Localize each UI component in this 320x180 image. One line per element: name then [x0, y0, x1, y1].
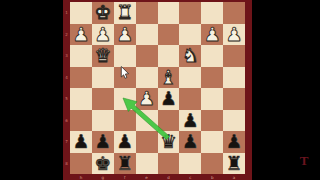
square-e5[interactable]: ♟	[136, 88, 158, 110]
square-d7[interactable]: ♛	[158, 131, 180, 153]
rank-label-5: 5	[63, 88, 70, 110]
square-d3[interactable]	[158, 45, 180, 67]
square-h6[interactable]	[70, 110, 92, 132]
rank-label-3: 3	[63, 45, 70, 67]
file-label-h: h	[70, 174, 92, 180]
square-c6[interactable]: ♟	[179, 110, 201, 132]
square-f1[interactable]: ♜	[114, 2, 136, 24]
square-g8[interactable]: ♚	[92, 153, 114, 175]
square-b6[interactable]	[201, 110, 223, 132]
chess-board-frame: 12345678 ♚♜♟♟♟♟♟♛♞♝♟♟♟♟♟♟♛♟♟♚♜♜ hgfedcba	[63, 0, 252, 180]
black-queen: ♛	[160, 132, 177, 151]
square-e7[interactable]	[136, 131, 158, 153]
square-c4[interactable]	[179, 67, 201, 89]
square-f3[interactable]	[114, 45, 136, 67]
square-h8[interactable]	[70, 153, 92, 175]
square-f2[interactable]: ♟	[114, 24, 136, 46]
square-a5[interactable]	[223, 88, 245, 110]
square-b5[interactable]	[201, 88, 223, 110]
black-pawn: ♟	[160, 89, 177, 108]
file-label-a: a	[223, 174, 245, 180]
square-h7[interactable]: ♟	[70, 131, 92, 153]
black-pawn: ♟	[226, 132, 243, 151]
square-a8[interactable]: ♜	[223, 153, 245, 175]
rank-label-4: 4	[63, 67, 70, 89]
square-h5[interactable]	[70, 88, 92, 110]
square-b3[interactable]	[201, 45, 223, 67]
square-e3[interactable]	[136, 45, 158, 67]
square-d2[interactable]	[158, 24, 180, 46]
square-f7[interactable]: ♟	[114, 131, 136, 153]
square-a1[interactable]	[223, 2, 245, 24]
file-label-e: e	[136, 174, 158, 180]
square-f5[interactable]	[114, 88, 136, 110]
square-g3[interactable]: ♛	[92, 45, 114, 67]
square-b8[interactable]	[201, 153, 223, 175]
white-king: ♚	[94, 3, 111, 22]
white-pawn: ♟	[226, 24, 243, 43]
file-label-b: b	[201, 174, 223, 180]
square-g7[interactable]: ♟	[92, 131, 114, 153]
square-h1[interactable]	[70, 2, 92, 24]
square-a3[interactable]	[223, 45, 245, 67]
square-d8[interactable]	[158, 153, 180, 175]
black-pawn: ♟	[116, 132, 133, 151]
square-b1[interactable]	[201, 2, 223, 24]
rank-label-7: 7	[63, 131, 70, 153]
square-a6[interactable]	[223, 110, 245, 132]
white-bishop: ♝	[160, 67, 177, 86]
white-pawn: ♟	[94, 24, 111, 43]
black-pawn: ♟	[94, 132, 111, 151]
square-f4[interactable]	[114, 67, 136, 89]
square-c3[interactable]: ♞	[179, 45, 201, 67]
black-pawn: ♟	[182, 110, 199, 129]
file-label-c: c	[179, 174, 201, 180]
square-a4[interactable]	[223, 67, 245, 89]
black-king: ♚	[94, 153, 111, 172]
square-d5[interactable]: ♟	[158, 88, 180, 110]
rank-coordinates: 12345678	[63, 2, 70, 174]
rank-label-2: 2	[63, 24, 70, 46]
square-b7[interactable]	[201, 131, 223, 153]
square-g1[interactable]: ♚	[92, 2, 114, 24]
square-g2[interactable]: ♟	[92, 24, 114, 46]
square-e8[interactable]	[136, 153, 158, 175]
white-pawn: ♟	[138, 89, 155, 108]
watermark-logo: T	[292, 154, 316, 174]
square-h3[interactable]	[70, 45, 92, 67]
square-c1[interactable]	[179, 2, 201, 24]
black-rook: ♜	[226, 153, 243, 172]
white-pawn: ♟	[72, 24, 89, 43]
white-knight: ♞	[182, 46, 199, 65]
black-pawn: ♟	[72, 132, 89, 151]
square-d1[interactable]	[158, 2, 180, 24]
square-g4[interactable]	[92, 67, 114, 89]
watermark-letter: T	[300, 153, 309, 168]
white-rook: ♜	[116, 3, 133, 22]
square-e2[interactable]	[136, 24, 158, 46]
square-c7[interactable]: ♟	[179, 131, 201, 153]
rank-label-1: 1	[63, 2, 70, 24]
file-label-d: d	[158, 174, 180, 180]
white-pawn: ♟	[116, 24, 133, 43]
file-label-f: f	[114, 174, 136, 180]
square-g6[interactable]	[92, 110, 114, 132]
black-rook: ♜	[116, 153, 133, 172]
square-d4[interactable]: ♝	[158, 67, 180, 89]
square-b2[interactable]: ♟	[201, 24, 223, 46]
square-a7[interactable]: ♟	[223, 131, 245, 153]
square-g5[interactable]	[92, 88, 114, 110]
square-b4[interactable]	[201, 67, 223, 89]
rank-label-8: 8	[63, 153, 70, 175]
file-coordinates: hgfedcba	[70, 174, 245, 180]
square-c5[interactable]	[179, 88, 201, 110]
square-h4[interactable]	[70, 67, 92, 89]
square-d6[interactable]	[158, 110, 180, 132]
square-a2[interactable]: ♟	[223, 24, 245, 46]
square-f8[interactable]: ♜	[114, 153, 136, 175]
chess-board[interactable]: ♚♜♟♟♟♟♟♛♞♝♟♟♟♟♟♟♛♟♟♚♜♜	[70, 2, 245, 174]
square-e1[interactable]	[136, 2, 158, 24]
white-queen: ♛	[94, 46, 111, 65]
square-e6[interactable]	[136, 110, 158, 132]
file-label-g: g	[92, 174, 114, 180]
square-e4[interactable]	[136, 67, 158, 89]
rank-label-6: 6	[63, 110, 70, 132]
square-f6[interactable]	[114, 110, 136, 132]
black-pawn: ♟	[182, 132, 199, 151]
white-pawn: ♟	[204, 24, 221, 43]
square-h2[interactable]: ♟	[70, 24, 92, 46]
square-c2[interactable]	[179, 24, 201, 46]
screenshot-canvas: 12345678 ♚♜♟♟♟♟♟♛♞♝♟♟♟♟♟♟♛♟♟♚♜♜ hgfedcba…	[0, 0, 320, 180]
square-c8[interactable]	[179, 153, 201, 175]
